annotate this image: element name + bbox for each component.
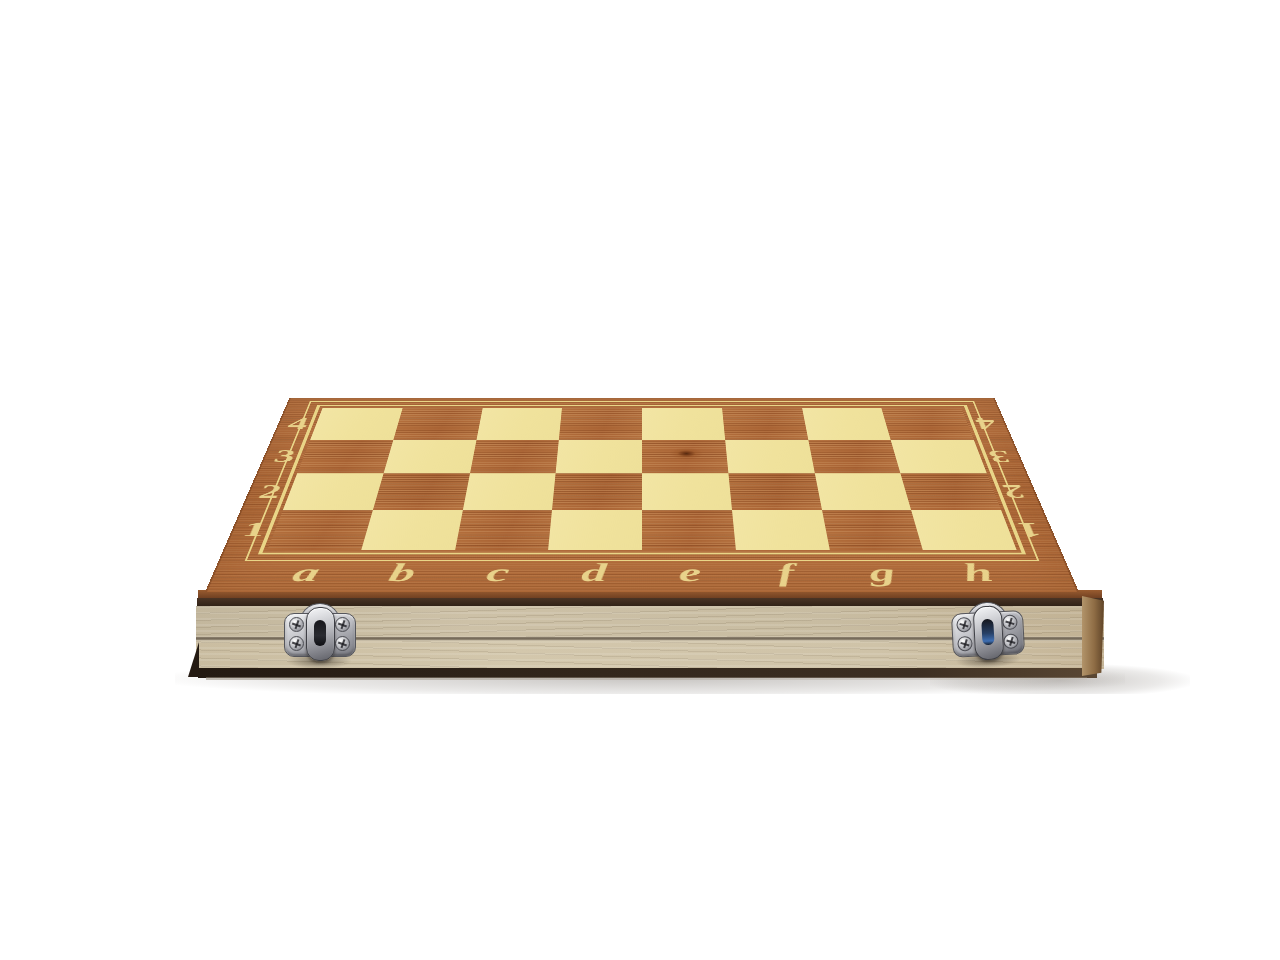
square-d3 (556, 440, 642, 474)
latch-left (282, 603, 356, 667)
square-c2 (462, 473, 555, 510)
file-label-c: c (447, 559, 547, 587)
square-e2 (642, 473, 732, 510)
latch-hook (306, 607, 335, 661)
square-d2 (552, 473, 642, 510)
square-a1 (267, 510, 372, 550)
file-label-d: d (545, 559, 642, 587)
square-g3 (808, 440, 901, 474)
latch-hook-hole (981, 619, 994, 646)
latch-hook-hole (314, 620, 326, 646)
screw-icon (289, 636, 304, 651)
square-g2 (814, 473, 911, 510)
square-b1 (361, 510, 462, 550)
play-area (267, 408, 1016, 550)
square-g4 (802, 408, 891, 439)
square-c1 (455, 510, 553, 550)
wood-knot (667, 447, 707, 461)
file-label-h: h (926, 559, 1031, 587)
square-a4 (310, 408, 402, 439)
square-a3 (297, 440, 393, 474)
square-d4 (559, 408, 642, 439)
square-c4 (476, 408, 562, 439)
square-d1 (548, 510, 642, 550)
screw-icon (335, 617, 350, 632)
square-h2 (901, 473, 1001, 510)
square-f1 (732, 510, 830, 550)
file-label-b: b (350, 559, 453, 587)
square-f3 (725, 440, 815, 474)
square-f4 (722, 408, 808, 439)
board-top: 4321 4321 abcdefgh (205, 398, 1079, 592)
square-h4 (882, 408, 974, 439)
square-a2 (283, 473, 383, 510)
square-b2 (373, 473, 470, 510)
square-c3 (470, 440, 560, 474)
file-labels: abcdefgh (253, 559, 1031, 587)
file-label-a: a (253, 559, 358, 587)
file-label-e: e (642, 559, 739, 587)
square-e1 (642, 510, 736, 550)
product-photo: 4321 4321 abcdefgh (0, 0, 1280, 960)
square-g1 (822, 510, 923, 550)
square-b3 (383, 440, 476, 474)
contact-shadow-line (206, 677, 1087, 680)
file-label-f: f (737, 559, 837, 587)
square-e3 (642, 440, 728, 474)
box-right-end (1082, 596, 1104, 676)
square-h1 (911, 510, 1016, 550)
square-b4 (393, 408, 482, 439)
square-e4 (642, 408, 725, 439)
square-f2 (728, 473, 821, 510)
latch-hook (973, 605, 1005, 660)
screw-icon (335, 636, 350, 651)
file-label-g: g (831, 559, 934, 587)
screw-icon (289, 617, 304, 632)
latch-right (948, 600, 1025, 668)
square-h3 (891, 440, 987, 474)
